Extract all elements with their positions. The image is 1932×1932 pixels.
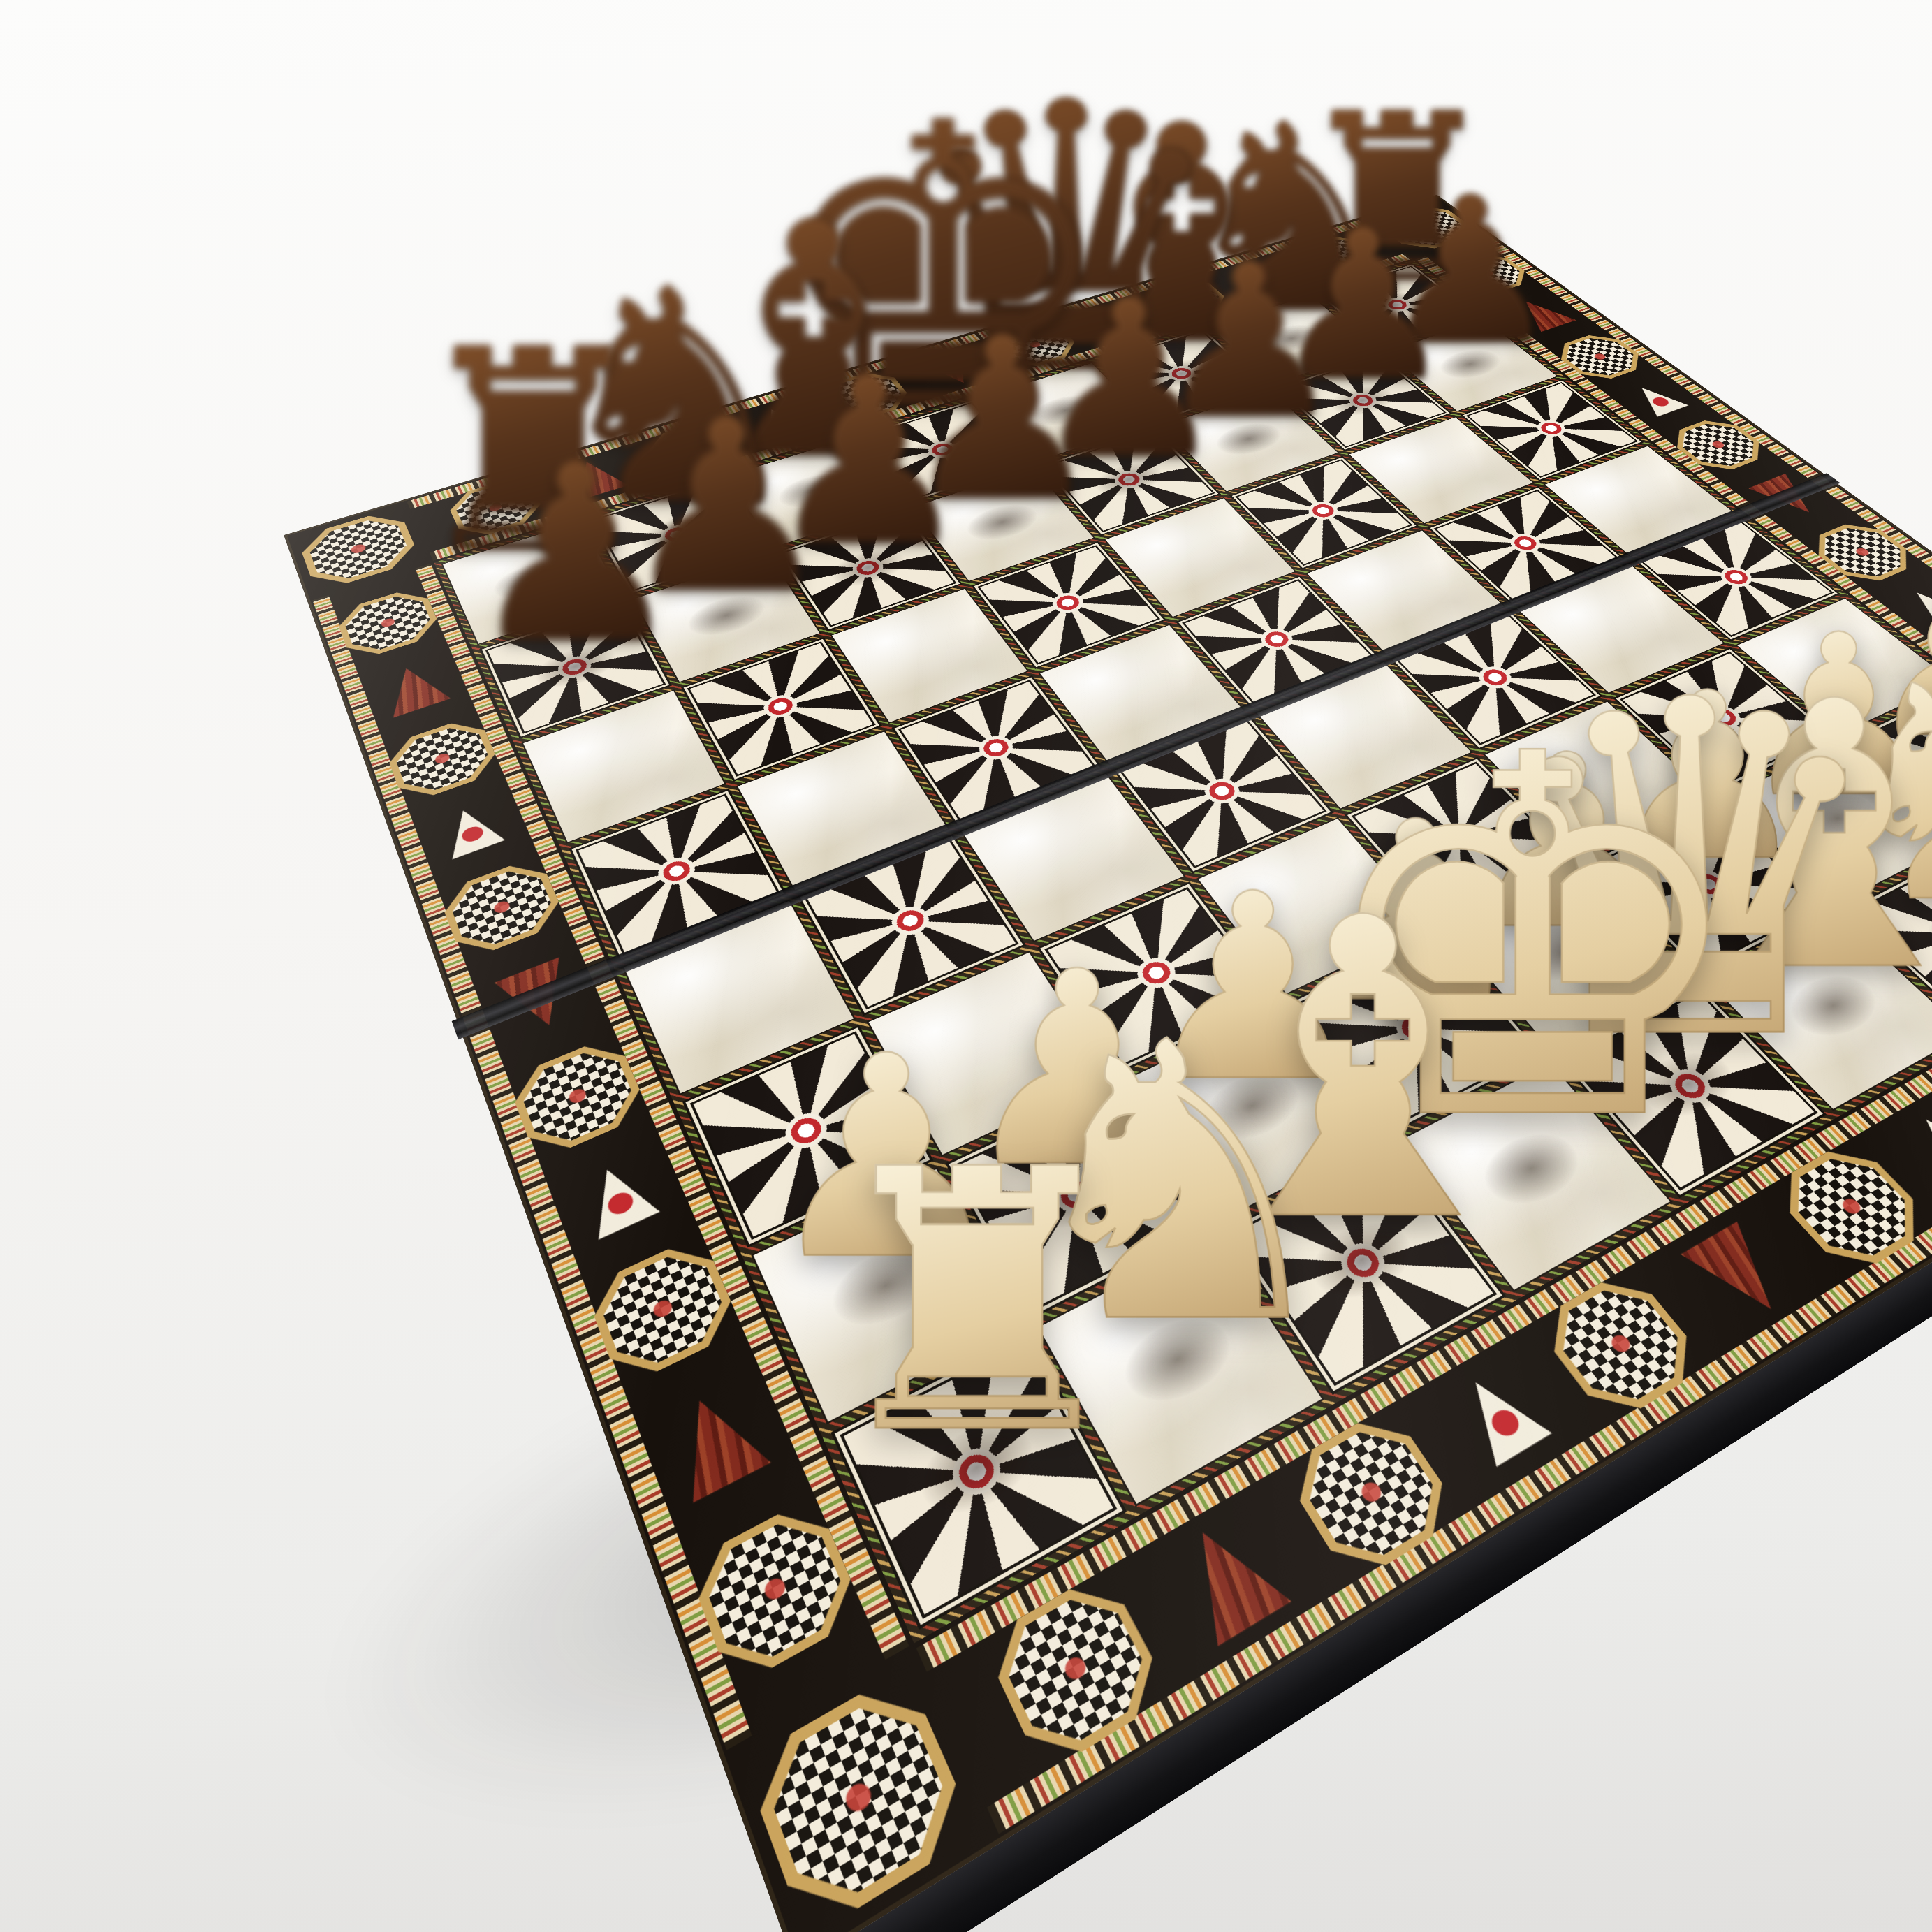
border-medallion-octagon	[1532, 1266, 1711, 1426]
star-triangle	[1444, 1363, 1556, 1471]
border-medallion-octagon	[383, 714, 502, 805]
border-medallion-octagon	[437, 855, 567, 962]
wood-triangle	[1674, 1215, 1806, 1333]
medallion-checker-inlay	[698, 1507, 854, 1676]
star-triangle	[750, 402, 810, 441]
wood-triangle	[374, 656, 454, 722]
border-medallion-octagon	[1766, 1137, 1932, 1279]
star-triangle	[1083, 305, 1141, 338]
medallion-checker-inlay	[1377, 204, 1474, 251]
chess-board-box: ♜♞♝♚♛♝♞♜♟♟♟♟♟♟♟♟♟♟♟♟♟♟♟♟♜♞♝♚♛♝♞♜	[284, 195, 1932, 1932]
medallion-checker-inlay	[446, 862, 558, 954]
star-triangle	[434, 799, 507, 862]
scene-3d: ♜♞♝♚♛♝♞♜♟♟♟♟♟♟♟♟♟♟♟♟♟♟♟♟♜♞♝♚♛♝♞♜	[0, 0, 1932, 1932]
wood-triangle	[490, 953, 587, 1044]
border-medallion-octagon	[584, 1234, 743, 1389]
border-medallion-octagon	[1280, 1405, 1465, 1586]
star-triangle	[1901, 1104, 1932, 1190]
wood-triangle	[1159, 1504, 1298, 1655]
medallion-checker-inlay	[391, 720, 494, 799]
border-medallion-octagon	[506, 1034, 650, 1162]
white-rook[interactable]: ♜	[816, 1138, 1139, 1469]
photo-stage: ♜♞♝♚♛♝♞♜♟♟♟♟♟♟♟♟♟♟♟♟♟♟♟♟♜♞♝♚♛♝♞♜	[0, 0, 1932, 1932]
medallion-checker-inlay	[759, 1685, 961, 1919]
medallion-checker-inlay	[1778, 1146, 1926, 1269]
medallion-checker-inlay	[1292, 1417, 1452, 1572]
star-triangle	[1624, 381, 1691, 418]
border-medallion-octagon	[686, 1495, 867, 1690]
medallion-checker-inlay	[341, 590, 435, 657]
medallion-checker-inlay	[516, 1042, 641, 1153]
border-medallion-octagon	[444, 474, 548, 542]
star-triangle	[574, 1153, 663, 1243]
wood-triangle	[656, 1375, 777, 1511]
border-medallion-octagon	[1440, 249, 1537, 298]
medallion-checker-inlay	[993, 1582, 1159, 1760]
border-medallion-octagon	[981, 1569, 1173, 1776]
medallion-checker-inlay	[594, 1243, 732, 1377]
medallion-checker-inlay	[1544, 1277, 1698, 1415]
